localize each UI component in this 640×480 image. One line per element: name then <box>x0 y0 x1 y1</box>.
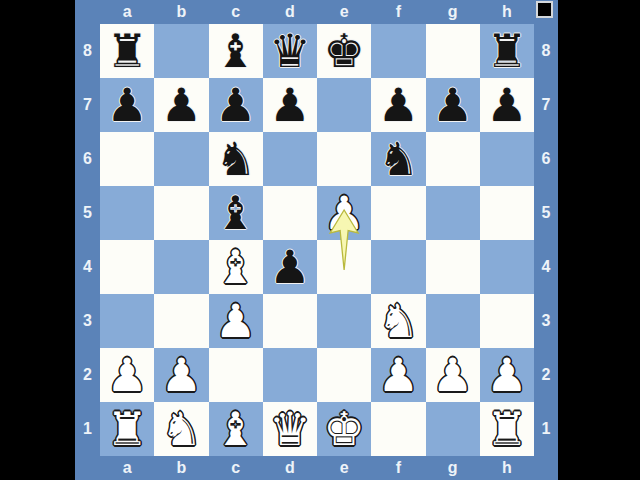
piece-white-rook[interactable]: ♜ <box>486 402 527 456</box>
square-g4[interactable] <box>426 240 480 294</box>
square-h3[interactable] <box>480 294 534 348</box>
square-g1[interactable] <box>426 402 480 456</box>
file-label-d-top: d <box>263 0 317 24</box>
square-e6[interactable] <box>317 132 371 186</box>
app-window: abcdefgh abcdefgh 87654321 87654321 ♜♝♛♚… <box>0 0 640 480</box>
piece-white-knight[interactable]: ♞ <box>161 402 202 456</box>
square-d1[interactable]: ♛ <box>263 402 317 456</box>
square-c8[interactable]: ♝ <box>209 24 263 78</box>
piece-white-rook[interactable]: ♜ <box>107 402 148 456</box>
square-c6[interactable]: ♞ <box>209 132 263 186</box>
piece-black-rook[interactable]: ♜ <box>486 24 527 78</box>
file-label-a-bottom: a <box>100 456 154 480</box>
square-b8[interactable] <box>154 24 208 78</box>
piece-white-pawn[interactable]: ♟ <box>161 348 202 402</box>
square-e1[interactable]: ♚ <box>317 402 371 456</box>
piece-black-pawn[interactable]: ♟ <box>269 78 310 132</box>
square-b5[interactable] <box>154 186 208 240</box>
file-label-f-bottom: f <box>371 456 425 480</box>
file-label-c-bottom: c <box>209 456 263 480</box>
rank-label-8-right: 8 <box>534 24 558 78</box>
square-g5[interactable] <box>426 186 480 240</box>
piece-white-bishop[interactable]: ♝ <box>215 240 256 294</box>
square-b1[interactable]: ♞ <box>154 402 208 456</box>
square-f5[interactable] <box>371 186 425 240</box>
piece-black-pawn[interactable]: ♟ <box>269 240 310 294</box>
square-a5[interactable] <box>100 186 154 240</box>
black-to-move-indicator <box>536 1 553 18</box>
square-g8[interactable] <box>426 24 480 78</box>
square-h6[interactable] <box>480 132 534 186</box>
square-d5[interactable] <box>263 186 317 240</box>
rank-label-6-left: 6 <box>75 132 100 186</box>
piece-black-pawn[interactable]: ♟ <box>432 78 473 132</box>
square-d2[interactable] <box>263 348 317 402</box>
board-frame: abcdefgh abcdefgh 87654321 87654321 ♜♝♛♚… <box>75 0 558 480</box>
rank-label-3-left: 3 <box>75 294 100 348</box>
piece-black-pawn[interactable]: ♟ <box>161 78 202 132</box>
square-f8[interactable] <box>371 24 425 78</box>
piece-black-pawn[interactable]: ♟ <box>107 78 148 132</box>
square-e2[interactable] <box>317 348 371 402</box>
piece-white-pawn[interactable]: ♟ <box>324 186 365 240</box>
square-g6[interactable] <box>426 132 480 186</box>
file-label-h-top: h <box>480 0 534 24</box>
square-h1[interactable]: ♜ <box>480 402 534 456</box>
file-label-f-top: f <box>371 0 425 24</box>
square-h4[interactable] <box>480 240 534 294</box>
square-d6[interactable] <box>263 132 317 186</box>
square-b6[interactable] <box>154 132 208 186</box>
square-d4[interactable]: ♟ <box>263 240 317 294</box>
square-f6[interactable]: ♞ <box>371 132 425 186</box>
square-d8[interactable]: ♛ <box>263 24 317 78</box>
square-h5[interactable] <box>480 186 534 240</box>
rank-label-2-left: 2 <box>75 348 100 402</box>
square-f7[interactable]: ♟ <box>371 78 425 132</box>
square-a8[interactable]: ♜ <box>100 24 154 78</box>
rank-label-7-left: 7 <box>75 78 100 132</box>
rank-label-5-right: 5 <box>534 186 558 240</box>
square-c2[interactable] <box>209 348 263 402</box>
square-e3[interactable] <box>317 294 371 348</box>
file-labels-top: abcdefgh <box>100 0 534 24</box>
square-b3[interactable] <box>154 294 208 348</box>
piece-black-pawn[interactable]: ♟ <box>378 78 419 132</box>
file-label-b-top: b <box>154 0 208 24</box>
file-labels-bottom: abcdefgh <box>100 456 534 480</box>
file-label-a-top: a <box>100 0 154 24</box>
chess-board[interactable]: ♜♝♛♚♜♟♟♟♟♟♟♟♞♞♝♟♝♟♟♞♟♟♟♟♟♜♞♝♛♚♜ <box>100 24 534 456</box>
square-h8[interactable]: ♜ <box>480 24 534 78</box>
file-label-e-bottom: e <box>317 456 371 480</box>
file-label-c-top: c <box>209 0 263 24</box>
piece-black-pawn[interactable]: ♟ <box>215 78 256 132</box>
piece-white-bishop[interactable]: ♝ <box>215 402 256 456</box>
square-h2[interactable]: ♟ <box>480 348 534 402</box>
square-f3[interactable]: ♞ <box>371 294 425 348</box>
square-c5[interactable]: ♝ <box>209 186 263 240</box>
rank-label-1-left: 1 <box>75 402 100 456</box>
square-a1[interactable]: ♜ <box>100 402 154 456</box>
square-f2[interactable]: ♟ <box>371 348 425 402</box>
rank-label-3-right: 3 <box>534 294 558 348</box>
rank-label-7-right: 7 <box>534 78 558 132</box>
rank-label-2-right: 2 <box>534 348 558 402</box>
piece-black-knight[interactable]: ♞ <box>215 132 256 186</box>
piece-black-bishop[interactable]: ♝ <box>215 186 256 240</box>
square-c3[interactable]: ♟ <box>209 294 263 348</box>
square-e5[interactable]: ♟ <box>317 186 371 240</box>
file-label-g-top: g <box>426 0 480 24</box>
square-e7[interactable] <box>317 78 371 132</box>
piece-white-pawn[interactable]: ♟ <box>215 294 256 348</box>
piece-black-bishop[interactable]: ♝ <box>215 24 256 78</box>
file-label-b-bottom: b <box>154 456 208 480</box>
piece-white-knight[interactable]: ♞ <box>378 294 419 348</box>
square-b2[interactable]: ♟ <box>154 348 208 402</box>
square-a3[interactable] <box>100 294 154 348</box>
piece-white-pawn[interactable]: ♟ <box>432 348 473 402</box>
square-c7[interactable]: ♟ <box>209 78 263 132</box>
square-a6[interactable] <box>100 132 154 186</box>
piece-white-pawn[interactable]: ♟ <box>486 348 527 402</box>
rank-label-6-right: 6 <box>534 132 558 186</box>
square-a4[interactable] <box>100 240 154 294</box>
piece-white-pawn[interactable]: ♟ <box>378 348 419 402</box>
piece-white-pawn[interactable]: ♟ <box>107 348 148 402</box>
file-label-e-top: e <box>317 0 371 24</box>
piece-black-knight[interactable]: ♞ <box>378 132 419 186</box>
square-c4[interactable]: ♝ <box>209 240 263 294</box>
square-b4[interactable] <box>154 240 208 294</box>
rank-label-4-right: 4 <box>534 240 558 294</box>
square-g2[interactable]: ♟ <box>426 348 480 402</box>
rank-label-4-left: 4 <box>75 240 100 294</box>
square-d7[interactable]: ♟ <box>263 78 317 132</box>
rank-label-5-left: 5 <box>75 186 100 240</box>
piece-white-king[interactable]: ♚ <box>324 402 365 456</box>
square-f4[interactable] <box>371 240 425 294</box>
square-f1[interactable] <box>371 402 425 456</box>
piece-black-pawn[interactable]: ♟ <box>486 78 527 132</box>
square-e4[interactable] <box>317 240 371 294</box>
rank-labels-left: 87654321 <box>75 24 100 456</box>
square-b7[interactable]: ♟ <box>154 78 208 132</box>
piece-black-rook[interactable]: ♜ <box>107 24 148 78</box>
square-g3[interactable] <box>426 294 480 348</box>
piece-black-king[interactable]: ♚ <box>324 24 365 78</box>
piece-black-queen[interactable]: ♛ <box>269 24 310 78</box>
file-label-g-bottom: g <box>426 456 480 480</box>
square-d3[interactable] <box>263 294 317 348</box>
file-label-h-bottom: h <box>480 456 534 480</box>
rank-label-8-left: 8 <box>75 24 100 78</box>
square-c1[interactable]: ♝ <box>209 402 263 456</box>
rank-label-1-right: 1 <box>534 402 558 456</box>
square-g7[interactable]: ♟ <box>426 78 480 132</box>
square-h7[interactable]: ♟ <box>480 78 534 132</box>
square-e8[interactable]: ♚ <box>317 24 371 78</box>
square-a7[interactable]: ♟ <box>100 78 154 132</box>
file-label-d-bottom: d <box>263 456 317 480</box>
piece-white-queen[interactable]: ♛ <box>269 402 310 456</box>
square-a2[interactable]: ♟ <box>100 348 154 402</box>
rank-labels-right: 87654321 <box>534 24 558 456</box>
